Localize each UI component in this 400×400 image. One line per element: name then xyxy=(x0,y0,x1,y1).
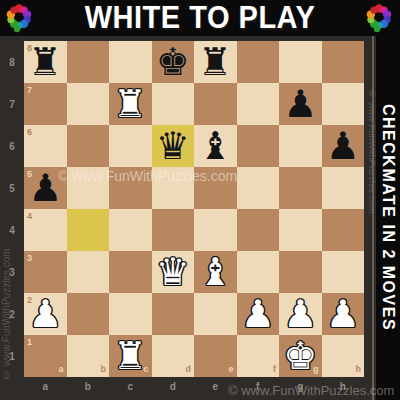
rank-label-outer: 1 xyxy=(0,335,24,377)
file-label-inner: d xyxy=(186,365,192,374)
square-g2[interactable]: ♟ xyxy=(279,293,322,335)
square-g3[interactable] xyxy=(279,251,322,293)
rank-label-outer: 5 xyxy=(0,167,24,209)
square-d1[interactable]: d xyxy=(152,335,195,377)
square-d6[interactable]: ♛ xyxy=(152,125,195,167)
square-c2[interactable] xyxy=(109,293,152,335)
square-a3[interactable]: 3 xyxy=(24,251,67,293)
rank-label-inner: 8 xyxy=(27,44,32,53)
file-label-outer: d xyxy=(152,378,195,394)
square-h4[interactable] xyxy=(322,209,365,251)
piece-white-pawn[interactable]: ♟ xyxy=(326,295,360,333)
square-d8[interactable]: ♚ xyxy=(152,41,195,83)
square-c4[interactable] xyxy=(109,209,152,251)
piece-white-rook[interactable]: ♜ xyxy=(113,85,147,123)
square-d4[interactable] xyxy=(152,209,195,251)
rank-label-inner: 4 xyxy=(27,212,32,221)
board: 8♜♚♜7♜♟6♛♝♟5♟43♛♝2♟♟♟♟1abc♜defg♚h xyxy=(24,41,364,377)
square-d3[interactable]: ♛ xyxy=(152,251,195,293)
header-bar: WHITE TO PLAY xyxy=(0,0,400,36)
rank-label-inner: 6 xyxy=(27,128,32,137)
piece-white-bishop[interactable]: ♝ xyxy=(198,253,232,291)
piece-black-pawn[interactable]: ♟ xyxy=(283,85,317,123)
square-h7[interactable] xyxy=(322,83,365,125)
side-strip: CHECKMATE IN 2 MOVES xyxy=(376,36,400,400)
rank-labels-outer: 87654321 xyxy=(0,41,24,377)
piece-white-pawn[interactable]: ♟ xyxy=(241,295,275,333)
file-label-inner: e xyxy=(228,365,233,374)
square-a5[interactable]: 5♟ xyxy=(24,167,67,209)
rank-label-outer: 3 xyxy=(0,251,24,293)
piece-black-rook[interactable]: ♜ xyxy=(198,43,232,81)
square-f1[interactable]: f xyxy=(237,335,280,377)
file-label-outer: h xyxy=(322,378,365,394)
rank-label-outer: 8 xyxy=(0,41,24,83)
file-label-inner: a xyxy=(58,365,63,374)
square-f6[interactable] xyxy=(237,125,280,167)
rank-label-inner: 2 xyxy=(27,296,32,305)
square-c6[interactable] xyxy=(109,125,152,167)
page-title: WHITE TO PLAY xyxy=(37,0,363,37)
square-c1[interactable]: c♜ xyxy=(109,335,152,377)
square-h8[interactable] xyxy=(322,41,365,83)
square-h6[interactable]: ♟ xyxy=(322,125,365,167)
piece-black-pawn[interactable]: ♟ xyxy=(326,127,360,165)
square-g7[interactable]: ♟ xyxy=(279,83,322,125)
square-d7[interactable] xyxy=(152,83,195,125)
rank-label-inner: 7 xyxy=(27,86,32,95)
square-g1[interactable]: g♚ xyxy=(279,335,322,377)
file-label-outer: b xyxy=(67,378,110,394)
square-b2[interactable] xyxy=(67,293,110,335)
square-g6[interactable] xyxy=(279,125,322,167)
square-f2[interactable]: ♟ xyxy=(237,293,280,335)
square-a1[interactable]: 1a xyxy=(24,335,67,377)
square-b6[interactable] xyxy=(67,125,110,167)
piece-black-queen[interactable]: ♛ xyxy=(156,127,190,165)
piece-black-rook[interactable]: ♜ xyxy=(28,43,62,81)
rank-label-inner: 1 xyxy=(27,338,32,347)
square-e8[interactable]: ♜ xyxy=(194,41,237,83)
rank-label-outer: 4 xyxy=(0,209,24,251)
square-f7[interactable] xyxy=(237,83,280,125)
pinwheel-logo-icon xyxy=(3,3,37,33)
square-c3[interactable] xyxy=(109,251,152,293)
square-e7[interactable] xyxy=(194,83,237,125)
piece-black-bishop[interactable]: ♝ xyxy=(198,127,232,165)
square-g4[interactable] xyxy=(279,209,322,251)
square-a6[interactable]: 6 xyxy=(24,125,67,167)
square-a4[interactable]: 4 xyxy=(24,209,67,251)
square-f4[interactable] xyxy=(237,209,280,251)
square-b5[interactable] xyxy=(67,167,110,209)
chess-puzzle-page: WHITE TO PLAY 87654321 8♜♚♜7♜♟6♛♝♟5♟43♛♝… xyxy=(0,0,400,400)
square-b1[interactable]: b xyxy=(67,335,110,377)
square-e4[interactable] xyxy=(194,209,237,251)
square-f5[interactable] xyxy=(237,167,280,209)
file-label-inner: b xyxy=(101,365,107,374)
square-c8[interactable] xyxy=(109,41,152,83)
file-label-inner: c xyxy=(143,365,148,374)
file-label-outer: g xyxy=(279,378,322,394)
piece-white-rook[interactable]: ♜ xyxy=(113,337,147,375)
square-b4[interactable] xyxy=(67,209,110,251)
file-labels-outer: abcdefgh xyxy=(24,378,364,394)
square-a8[interactable]: 8♜ xyxy=(24,41,67,83)
rank-label-inner: 5 xyxy=(27,170,32,179)
square-a7[interactable]: 7 xyxy=(24,83,67,125)
square-b8[interactable] xyxy=(67,41,110,83)
square-d5[interactable] xyxy=(152,167,195,209)
rank-label-outer: 2 xyxy=(0,293,24,335)
square-c7[interactable]: ♜ xyxy=(109,83,152,125)
square-h5[interactable] xyxy=(322,167,365,209)
piece-black-pawn[interactable]: ♟ xyxy=(28,169,62,207)
puzzle-instruction: CHECKMATE IN 2 MOVES xyxy=(376,36,400,400)
file-label-outer: a xyxy=(24,378,67,394)
square-g5[interactable] xyxy=(279,167,322,209)
piece-black-king[interactable]: ♚ xyxy=(156,43,190,81)
piece-white-queen[interactable]: ♛ xyxy=(156,253,190,291)
rank-label-outer: 7 xyxy=(0,83,24,125)
square-e1[interactable]: e xyxy=(194,335,237,377)
square-b3[interactable] xyxy=(67,251,110,293)
square-e3[interactable]: ♝ xyxy=(194,251,237,293)
file-label-outer: c xyxy=(109,378,152,394)
square-d2[interactable] xyxy=(152,293,195,335)
rank-label-outer: 6 xyxy=(0,125,24,167)
square-c5[interactable] xyxy=(109,167,152,209)
square-a2[interactable]: 2♟ xyxy=(24,293,67,335)
square-e6[interactable]: ♝ xyxy=(194,125,237,167)
file-label-outer: e xyxy=(194,378,237,394)
file-label-inner: g xyxy=(313,365,319,374)
square-e5[interactable] xyxy=(194,167,237,209)
piece-white-pawn[interactable]: ♟ xyxy=(28,295,62,333)
square-e2[interactable] xyxy=(194,293,237,335)
rank-label-inner: 3 xyxy=(27,254,32,263)
square-f8[interactable] xyxy=(237,41,280,83)
square-f3[interactable] xyxy=(237,251,280,293)
strip-divider xyxy=(372,36,374,400)
file-label-inner: h xyxy=(356,365,362,374)
square-g8[interactable] xyxy=(279,41,322,83)
square-h3[interactable] xyxy=(322,251,365,293)
square-b7[interactable] xyxy=(67,83,110,125)
piece-white-pawn[interactable]: ♟ xyxy=(283,295,317,333)
square-h1[interactable]: h xyxy=(322,335,365,377)
file-label-outer: f xyxy=(237,378,280,394)
square-h2[interactable]: ♟ xyxy=(322,293,365,335)
pinwheel-logo-icon xyxy=(363,3,397,33)
file-label-inner: f xyxy=(273,365,276,374)
